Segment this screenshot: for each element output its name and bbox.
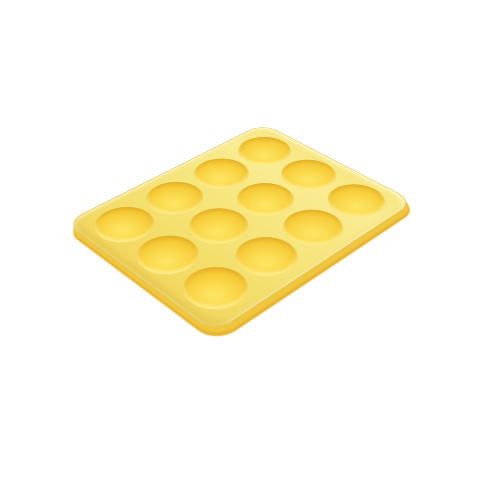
photo-canvas — [0, 0, 480, 480]
muffin-pan — [64, 123, 415, 333]
cup-grid — [64, 123, 415, 333]
